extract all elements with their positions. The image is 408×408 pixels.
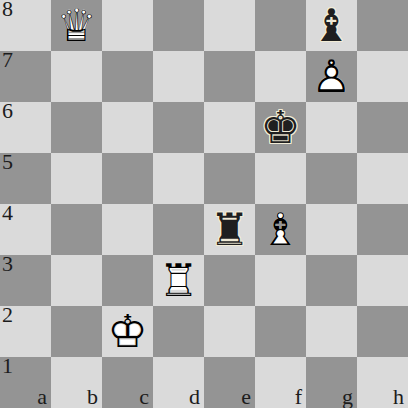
square-g2[interactable] xyxy=(306,306,357,357)
square-b7[interactable] xyxy=(51,51,102,102)
square-c3[interactable] xyxy=(102,255,153,306)
square-c7[interactable] xyxy=(102,51,153,102)
white-king-outline-icon: ♔ xyxy=(102,306,153,357)
square-g7[interactable]: ♟♙ xyxy=(306,51,357,102)
square-e2[interactable] xyxy=(204,306,255,357)
rank-label-7: 7 xyxy=(2,48,13,72)
square-e5[interactable] xyxy=(204,153,255,204)
square-c5[interactable] xyxy=(102,153,153,204)
piece-white-rook[interactable]: ♜♖ xyxy=(153,255,204,306)
square-g1[interactable]: g xyxy=(306,357,357,408)
square-d2[interactable] xyxy=(153,306,204,357)
square-h5[interactable] xyxy=(357,153,408,204)
chess-diagram: 8♛♕♝7♟♙6♚54♜♝♗3♜♖2♚♔1abcdefgh xyxy=(0,0,408,408)
piece-white-queen[interactable]: ♛♕ xyxy=(51,0,102,51)
square-c8[interactable] xyxy=(102,0,153,51)
file-label-f: f xyxy=(295,385,302,408)
square-a3[interactable]: 3 xyxy=(0,255,51,306)
square-d6[interactable] xyxy=(153,102,204,153)
square-f8[interactable] xyxy=(255,0,306,51)
square-e7[interactable] xyxy=(204,51,255,102)
square-h6[interactable] xyxy=(357,102,408,153)
square-e6[interactable] xyxy=(204,102,255,153)
square-g4[interactable] xyxy=(306,204,357,255)
rank-label-8: 8 xyxy=(2,0,13,21)
black-king-icon: ♚ xyxy=(255,102,306,153)
white-rook-outline-icon: ♖ xyxy=(153,255,204,306)
square-e3[interactable] xyxy=(204,255,255,306)
rank-label-1: 1 xyxy=(2,354,13,378)
rank-label-2: 2 xyxy=(2,303,13,327)
square-b1[interactable]: b xyxy=(51,357,102,408)
square-h8[interactable] xyxy=(357,0,408,51)
rank-label-4: 4 xyxy=(2,201,13,225)
square-g8[interactable]: ♝ xyxy=(306,0,357,51)
piece-black-bishop[interactable]: ♝ xyxy=(306,0,357,51)
piece-white-pawn[interactable]: ♟♙ xyxy=(306,51,357,102)
square-a5[interactable]: 5 xyxy=(0,153,51,204)
square-c2[interactable]: ♚♔ xyxy=(102,306,153,357)
square-d8[interactable] xyxy=(153,0,204,51)
file-label-b: b xyxy=(87,385,98,408)
piece-white-king[interactable]: ♚♔ xyxy=(102,306,153,357)
square-e4[interactable]: ♜ xyxy=(204,204,255,255)
file-label-c: c xyxy=(139,385,149,408)
square-a1[interactable]: 1a xyxy=(0,357,51,408)
square-b8[interactable]: ♛♕ xyxy=(51,0,102,51)
square-b2[interactable] xyxy=(51,306,102,357)
square-f2[interactable] xyxy=(255,306,306,357)
chess-board: 8♛♕♝7♟♙6♚54♜♝♗3♜♖2♚♔1abcdefgh xyxy=(0,0,408,408)
square-e1[interactable]: e xyxy=(204,357,255,408)
square-c1[interactable]: c xyxy=(102,357,153,408)
square-e8[interactable] xyxy=(204,0,255,51)
square-b3[interactable] xyxy=(51,255,102,306)
square-d4[interactable] xyxy=(153,204,204,255)
square-d7[interactable] xyxy=(153,51,204,102)
square-a7[interactable]: 7 xyxy=(0,51,51,102)
square-a4[interactable]: 4 xyxy=(0,204,51,255)
square-f3[interactable] xyxy=(255,255,306,306)
file-label-d: d xyxy=(189,385,200,408)
file-label-a: a xyxy=(37,385,47,408)
rank-label-3: 3 xyxy=(2,252,13,276)
square-g3[interactable] xyxy=(306,255,357,306)
file-label-h: h xyxy=(393,385,404,408)
square-d3[interactable]: ♜♖ xyxy=(153,255,204,306)
file-label-g: g xyxy=(342,385,353,408)
square-h2[interactable] xyxy=(357,306,408,357)
black-rook-icon: ♜ xyxy=(204,204,255,255)
square-f1[interactable]: f xyxy=(255,357,306,408)
square-b6[interactable] xyxy=(51,102,102,153)
square-f5[interactable] xyxy=(255,153,306,204)
square-h1[interactable]: h xyxy=(357,357,408,408)
square-h4[interactable] xyxy=(357,204,408,255)
file-label-e: e xyxy=(241,385,251,408)
square-c4[interactable] xyxy=(102,204,153,255)
square-c6[interactable] xyxy=(102,102,153,153)
white-bishop-outline-icon: ♗ xyxy=(255,204,306,255)
square-h3[interactable] xyxy=(357,255,408,306)
white-pawn-outline-icon: ♙ xyxy=(306,51,357,102)
square-g5[interactable] xyxy=(306,153,357,204)
square-f4[interactable]: ♝♗ xyxy=(255,204,306,255)
square-d5[interactable] xyxy=(153,153,204,204)
white-queen-outline-icon: ♕ xyxy=(51,0,102,51)
piece-white-bishop[interactable]: ♝♗ xyxy=(255,204,306,255)
square-f6[interactable]: ♚ xyxy=(255,102,306,153)
piece-black-rook[interactable]: ♜ xyxy=(204,204,255,255)
square-g6[interactable] xyxy=(306,102,357,153)
square-h7[interactable] xyxy=(357,51,408,102)
rank-label-6: 6 xyxy=(2,99,13,123)
rank-label-5: 5 xyxy=(2,150,13,174)
square-b5[interactable] xyxy=(51,153,102,204)
square-b4[interactable] xyxy=(51,204,102,255)
square-a2[interactable]: 2 xyxy=(0,306,51,357)
square-f7[interactable] xyxy=(255,51,306,102)
square-a6[interactable]: 6 xyxy=(0,102,51,153)
square-a8[interactable]: 8 xyxy=(0,0,51,51)
black-bishop-icon: ♝ xyxy=(306,0,357,51)
square-d1[interactable]: d xyxy=(153,357,204,408)
piece-black-king[interactable]: ♚ xyxy=(255,102,306,153)
